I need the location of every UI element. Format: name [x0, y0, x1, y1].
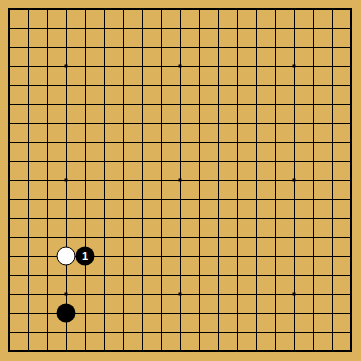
intersection-R14[interactable] — [304, 95, 323, 114]
intersection-B14[interactable] — [19, 95, 38, 114]
intersection-D1[interactable] — [57, 342, 76, 361]
intersection-O6[interactable] — [247, 247, 266, 266]
intersection-L4[interactable] — [190, 285, 209, 304]
intersection-J7[interactable] — [152, 228, 171, 247]
intersection-Q4[interactable] — [285, 285, 304, 304]
intersection-D18[interactable] — [57, 19, 76, 38]
intersection-R12[interactable] — [304, 133, 323, 152]
intersection-E12[interactable] — [76, 133, 95, 152]
intersection-B8[interactable] — [19, 209, 38, 228]
intersection-O17[interactable] — [247, 38, 266, 57]
intersection-E3[interactable] — [76, 304, 95, 323]
intersection-N5[interactable] — [228, 266, 247, 285]
intersection-M19[interactable] — [209, 0, 228, 19]
intersection-Q1[interactable] — [285, 342, 304, 361]
intersection-D8[interactable] — [57, 209, 76, 228]
intersection-E10[interactable] — [76, 171, 95, 190]
intersection-E9[interactable] — [76, 190, 95, 209]
intersection-Q9[interactable] — [285, 190, 304, 209]
intersection-Q8[interactable] — [285, 209, 304, 228]
intersection-J8[interactable] — [152, 209, 171, 228]
intersection-N6[interactable] — [228, 247, 247, 266]
intersection-E8[interactable] — [76, 209, 95, 228]
intersection-H4[interactable] — [133, 285, 152, 304]
intersection-D6[interactable] — [57, 247, 76, 266]
intersection-O16[interactable] — [247, 57, 266, 76]
intersection-C9[interactable] — [38, 190, 57, 209]
intersection-J9[interactable] — [152, 190, 171, 209]
intersection-G1[interactable] — [114, 342, 133, 361]
intersection-A12[interactable] — [0, 133, 19, 152]
intersection-M1[interactable] — [209, 342, 228, 361]
intersection-C18[interactable] — [38, 19, 57, 38]
intersection-M3[interactable] — [209, 304, 228, 323]
intersection-H8[interactable] — [133, 209, 152, 228]
intersection-O11[interactable] — [247, 152, 266, 171]
intersection-D5[interactable] — [57, 266, 76, 285]
black-stone-D3[interactable] — [57, 304, 76, 323]
intersection-F12[interactable] — [95, 133, 114, 152]
intersection-C19[interactable] — [38, 0, 57, 19]
intersection-P5[interactable] — [266, 266, 285, 285]
intersection-J17[interactable] — [152, 38, 171, 57]
intersection-K19[interactable] — [171, 0, 190, 19]
intersection-N12[interactable] — [228, 133, 247, 152]
intersection-J5[interactable] — [152, 266, 171, 285]
intersection-C1[interactable] — [38, 342, 57, 361]
intersection-R4[interactable] — [304, 285, 323, 304]
intersection-D16[interactable] — [57, 57, 76, 76]
intersection-M9[interactable] — [209, 190, 228, 209]
intersection-A11[interactable] — [0, 152, 19, 171]
intersection-O12[interactable] — [247, 133, 266, 152]
intersection-C2[interactable] — [38, 323, 57, 342]
intersection-R17[interactable] — [304, 38, 323, 57]
intersection-A17[interactable] — [0, 38, 19, 57]
intersection-T7[interactable] — [342, 228, 361, 247]
intersection-L3[interactable] — [190, 304, 209, 323]
intersection-H5[interactable] — [133, 266, 152, 285]
intersection-G10[interactable] — [114, 171, 133, 190]
intersection-E13[interactable] — [76, 114, 95, 133]
intersection-E18[interactable] — [76, 19, 95, 38]
intersection-H7[interactable] — [133, 228, 152, 247]
intersection-B19[interactable] — [19, 0, 38, 19]
intersection-P16[interactable] — [266, 57, 285, 76]
intersection-K6[interactable] — [171, 247, 190, 266]
intersection-B12[interactable] — [19, 133, 38, 152]
intersection-O2[interactable] — [247, 323, 266, 342]
intersection-K5[interactable] — [171, 266, 190, 285]
intersection-S7[interactable] — [323, 228, 342, 247]
intersection-A18[interactable] — [0, 19, 19, 38]
intersection-L11[interactable] — [190, 152, 209, 171]
intersection-T5[interactable] — [342, 266, 361, 285]
intersection-H2[interactable] — [133, 323, 152, 342]
intersection-H3[interactable] — [133, 304, 152, 323]
intersection-L6[interactable] — [190, 247, 209, 266]
intersection-A13[interactable] — [0, 114, 19, 133]
intersection-M4[interactable] — [209, 285, 228, 304]
intersection-L5[interactable] — [190, 266, 209, 285]
intersection-G19[interactable] — [114, 0, 133, 19]
intersection-A8[interactable] — [0, 209, 19, 228]
intersection-S8[interactable] — [323, 209, 342, 228]
intersection-G8[interactable] — [114, 209, 133, 228]
intersection-F13[interactable] — [95, 114, 114, 133]
intersection-K12[interactable] — [171, 133, 190, 152]
intersection-H17[interactable] — [133, 38, 152, 57]
intersection-R16[interactable] — [304, 57, 323, 76]
intersection-E7[interactable] — [76, 228, 95, 247]
intersection-M16[interactable] — [209, 57, 228, 76]
intersection-O9[interactable] — [247, 190, 266, 209]
intersection-J2[interactable] — [152, 323, 171, 342]
intersection-A6[interactable] — [0, 247, 19, 266]
intersection-M12[interactable] — [209, 133, 228, 152]
intersection-R6[interactable] — [304, 247, 323, 266]
intersection-E5[interactable] — [76, 266, 95, 285]
intersection-T9[interactable] — [342, 190, 361, 209]
intersection-L16[interactable] — [190, 57, 209, 76]
intersection-K9[interactable] — [171, 190, 190, 209]
intersection-T4[interactable] — [342, 285, 361, 304]
intersection-N7[interactable] — [228, 228, 247, 247]
intersection-N11[interactable] — [228, 152, 247, 171]
intersection-A15[interactable] — [0, 76, 19, 95]
intersection-B6[interactable] — [19, 247, 38, 266]
intersection-A3[interactable] — [0, 304, 19, 323]
intersection-F7[interactable] — [95, 228, 114, 247]
intersection-R10[interactable] — [304, 171, 323, 190]
intersection-M10[interactable] — [209, 171, 228, 190]
intersection-E11[interactable] — [76, 152, 95, 171]
intersection-P4[interactable] — [266, 285, 285, 304]
intersection-P10[interactable] — [266, 171, 285, 190]
intersection-C14[interactable] — [38, 95, 57, 114]
intersection-K15[interactable] — [171, 76, 190, 95]
intersection-G2[interactable] — [114, 323, 133, 342]
intersection-A7[interactable] — [0, 228, 19, 247]
intersection-Q15[interactable] — [285, 76, 304, 95]
intersection-O8[interactable] — [247, 209, 266, 228]
intersection-N10[interactable] — [228, 171, 247, 190]
intersection-J12[interactable] — [152, 133, 171, 152]
intersection-C11[interactable] — [38, 152, 57, 171]
intersection-S11[interactable] — [323, 152, 342, 171]
intersection-R18[interactable] — [304, 19, 323, 38]
intersection-F9[interactable] — [95, 190, 114, 209]
intersection-R9[interactable] — [304, 190, 323, 209]
intersection-D17[interactable] — [57, 38, 76, 57]
white-stone-D6[interactable] — [57, 247, 76, 266]
intersection-Q6[interactable] — [285, 247, 304, 266]
intersection-L1[interactable] — [190, 342, 209, 361]
intersection-K3[interactable] — [171, 304, 190, 323]
intersection-J16[interactable] — [152, 57, 171, 76]
intersection-N18[interactable] — [228, 19, 247, 38]
intersection-O15[interactable] — [247, 76, 266, 95]
intersection-P1[interactable] — [266, 342, 285, 361]
intersection-L14[interactable] — [190, 95, 209, 114]
intersection-S4[interactable] — [323, 285, 342, 304]
intersection-L9[interactable] — [190, 190, 209, 209]
intersection-E16[interactable] — [76, 57, 95, 76]
intersection-F6[interactable] — [95, 247, 114, 266]
intersection-L15[interactable] — [190, 76, 209, 95]
intersection-N4[interactable] — [228, 285, 247, 304]
intersection-L19[interactable] — [190, 0, 209, 19]
intersection-E14[interactable] — [76, 95, 95, 114]
intersection-E15[interactable] — [76, 76, 95, 95]
intersection-H1[interactable] — [133, 342, 152, 361]
intersection-D4[interactable] — [57, 285, 76, 304]
intersection-A5[interactable] — [0, 266, 19, 285]
intersection-K1[interactable] — [171, 342, 190, 361]
intersection-P11[interactable] — [266, 152, 285, 171]
intersection-P15[interactable] — [266, 76, 285, 95]
intersection-B13[interactable] — [19, 114, 38, 133]
intersection-S12[interactable] — [323, 133, 342, 152]
intersection-T6[interactable] — [342, 247, 361, 266]
intersection-T16[interactable] — [342, 57, 361, 76]
intersection-F10[interactable] — [95, 171, 114, 190]
intersection-S19[interactable] — [323, 0, 342, 19]
intersection-P12[interactable] — [266, 133, 285, 152]
intersection-C8[interactable] — [38, 209, 57, 228]
intersection-M13[interactable] — [209, 114, 228, 133]
intersection-B15[interactable] — [19, 76, 38, 95]
intersection-C13[interactable] — [38, 114, 57, 133]
intersection-M14[interactable] — [209, 95, 228, 114]
intersection-R3[interactable] — [304, 304, 323, 323]
intersection-G5[interactable] — [114, 266, 133, 285]
intersection-L8[interactable] — [190, 209, 209, 228]
intersection-K17[interactable] — [171, 38, 190, 57]
intersection-D19[interactable] — [57, 0, 76, 19]
intersection-P19[interactable] — [266, 0, 285, 19]
intersection-P2[interactable] — [266, 323, 285, 342]
intersection-P14[interactable] — [266, 95, 285, 114]
intersection-H9[interactable] — [133, 190, 152, 209]
intersection-O1[interactable] — [247, 342, 266, 361]
intersection-D2[interactable] — [57, 323, 76, 342]
intersection-D11[interactable] — [57, 152, 76, 171]
intersection-S13[interactable] — [323, 114, 342, 133]
intersection-F4[interactable] — [95, 285, 114, 304]
intersection-P8[interactable] — [266, 209, 285, 228]
intersection-L2[interactable] — [190, 323, 209, 342]
intersection-O10[interactable] — [247, 171, 266, 190]
intersection-S6[interactable] — [323, 247, 342, 266]
intersection-H19[interactable] — [133, 0, 152, 19]
intersection-D15[interactable] — [57, 76, 76, 95]
intersection-E17[interactable] — [76, 38, 95, 57]
intersection-T11[interactable] — [342, 152, 361, 171]
intersection-H10[interactable] — [133, 171, 152, 190]
intersection-F11[interactable] — [95, 152, 114, 171]
intersection-A19[interactable] — [0, 0, 19, 19]
intersection-O3[interactable] — [247, 304, 266, 323]
intersection-K14[interactable] — [171, 95, 190, 114]
intersection-D10[interactable] — [57, 171, 76, 190]
intersection-O18[interactable] — [247, 19, 266, 38]
intersection-A16[interactable] — [0, 57, 19, 76]
intersection-B17[interactable] — [19, 38, 38, 57]
intersection-G13[interactable] — [114, 114, 133, 133]
intersection-K16[interactable] — [171, 57, 190, 76]
intersection-G4[interactable] — [114, 285, 133, 304]
intersection-A9[interactable] — [0, 190, 19, 209]
intersection-R7[interactable] — [304, 228, 323, 247]
intersection-M11[interactable] — [209, 152, 228, 171]
intersection-T12[interactable] — [342, 133, 361, 152]
intersection-K11[interactable] — [171, 152, 190, 171]
intersection-R15[interactable] — [304, 76, 323, 95]
intersection-T10[interactable] — [342, 171, 361, 190]
intersection-M8[interactable] — [209, 209, 228, 228]
intersection-S18[interactable] — [323, 19, 342, 38]
intersection-H14[interactable] — [133, 95, 152, 114]
intersection-O7[interactable] — [247, 228, 266, 247]
intersection-T2[interactable] — [342, 323, 361, 342]
intersection-J4[interactable] — [152, 285, 171, 304]
intersection-C4[interactable] — [38, 285, 57, 304]
intersection-E6[interactable]: 1 — [76, 247, 95, 266]
intersection-G7[interactable] — [114, 228, 133, 247]
intersection-Q2[interactable] — [285, 323, 304, 342]
intersection-M15[interactable] — [209, 76, 228, 95]
intersection-C17[interactable] — [38, 38, 57, 57]
intersection-Q18[interactable] — [285, 19, 304, 38]
intersection-Q11[interactable] — [285, 152, 304, 171]
intersection-P13[interactable] — [266, 114, 285, 133]
intersection-B7[interactable] — [19, 228, 38, 247]
intersection-K8[interactable] — [171, 209, 190, 228]
intersection-H6[interactable] — [133, 247, 152, 266]
intersection-K4[interactable] — [171, 285, 190, 304]
intersection-C12[interactable] — [38, 133, 57, 152]
intersection-B1[interactable] — [19, 342, 38, 361]
intersection-C7[interactable] — [38, 228, 57, 247]
intersection-N2[interactable] — [228, 323, 247, 342]
intersection-J10[interactable] — [152, 171, 171, 190]
intersection-M6[interactable] — [209, 247, 228, 266]
intersection-B3[interactable] — [19, 304, 38, 323]
intersection-Q5[interactable] — [285, 266, 304, 285]
intersection-L13[interactable] — [190, 114, 209, 133]
intersection-Q19[interactable] — [285, 0, 304, 19]
intersection-Q16[interactable] — [285, 57, 304, 76]
intersection-D12[interactable] — [57, 133, 76, 152]
intersection-N13[interactable] — [228, 114, 247, 133]
intersection-A10[interactable] — [0, 171, 19, 190]
intersection-J18[interactable] — [152, 19, 171, 38]
intersection-J14[interactable] — [152, 95, 171, 114]
intersection-S1[interactable] — [323, 342, 342, 361]
intersection-J3[interactable] — [152, 304, 171, 323]
intersection-F1[interactable] — [95, 342, 114, 361]
intersection-R8[interactable] — [304, 209, 323, 228]
intersection-G16[interactable] — [114, 57, 133, 76]
intersection-T3[interactable] — [342, 304, 361, 323]
intersection-S9[interactable] — [323, 190, 342, 209]
intersection-R1[interactable] — [304, 342, 323, 361]
intersection-J6[interactable] — [152, 247, 171, 266]
intersection-S15[interactable] — [323, 76, 342, 95]
intersection-F2[interactable] — [95, 323, 114, 342]
intersection-L7[interactable] — [190, 228, 209, 247]
intersection-D9[interactable] — [57, 190, 76, 209]
intersection-N15[interactable] — [228, 76, 247, 95]
intersection-T15[interactable] — [342, 76, 361, 95]
intersection-C5[interactable] — [38, 266, 57, 285]
intersection-L17[interactable] — [190, 38, 209, 57]
intersection-B2[interactable] — [19, 323, 38, 342]
intersection-R13[interactable] — [304, 114, 323, 133]
intersection-N1[interactable] — [228, 342, 247, 361]
intersection-H18[interactable] — [133, 19, 152, 38]
intersection-R11[interactable] — [304, 152, 323, 171]
intersection-C10[interactable] — [38, 171, 57, 190]
intersection-T14[interactable] — [342, 95, 361, 114]
intersection-F15[interactable] — [95, 76, 114, 95]
intersection-S5[interactable] — [323, 266, 342, 285]
intersection-C3[interactable] — [38, 304, 57, 323]
intersection-N3[interactable] — [228, 304, 247, 323]
intersection-S10[interactable] — [323, 171, 342, 190]
intersection-O19[interactable] — [247, 0, 266, 19]
intersection-N14[interactable] — [228, 95, 247, 114]
intersection-T1[interactable] — [342, 342, 361, 361]
intersection-B16[interactable] — [19, 57, 38, 76]
intersection-H16[interactable] — [133, 57, 152, 76]
intersection-B10[interactable] — [19, 171, 38, 190]
intersection-R2[interactable] — [304, 323, 323, 342]
intersection-M17[interactable] — [209, 38, 228, 57]
intersection-M18[interactable] — [209, 19, 228, 38]
intersection-S14[interactable] — [323, 95, 342, 114]
intersection-F8[interactable] — [95, 209, 114, 228]
intersection-S2[interactable] — [323, 323, 342, 342]
intersection-K2[interactable] — [171, 323, 190, 342]
intersection-G14[interactable] — [114, 95, 133, 114]
intersection-Q13[interactable] — [285, 114, 304, 133]
intersection-P7[interactable] — [266, 228, 285, 247]
intersection-M7[interactable] — [209, 228, 228, 247]
intersection-F18[interactable] — [95, 19, 114, 38]
intersection-A14[interactable] — [0, 95, 19, 114]
intersection-H15[interactable] — [133, 76, 152, 95]
intersection-O4[interactable] — [247, 285, 266, 304]
intersection-K7[interactable] — [171, 228, 190, 247]
intersection-R5[interactable] — [304, 266, 323, 285]
intersection-O5[interactable] — [247, 266, 266, 285]
intersection-T18[interactable] — [342, 19, 361, 38]
intersection-D14[interactable] — [57, 95, 76, 114]
intersection-F5[interactable] — [95, 266, 114, 285]
intersection-D13[interactable] — [57, 114, 76, 133]
intersection-K13[interactable] — [171, 114, 190, 133]
intersection-M2[interactable] — [209, 323, 228, 342]
intersection-L12[interactable] — [190, 133, 209, 152]
intersection-N16[interactable] — [228, 57, 247, 76]
intersection-C6[interactable] — [38, 247, 57, 266]
intersection-J15[interactable] — [152, 76, 171, 95]
intersection-R19[interactable] — [304, 0, 323, 19]
intersection-S16[interactable] — [323, 57, 342, 76]
intersection-T13[interactable] — [342, 114, 361, 133]
